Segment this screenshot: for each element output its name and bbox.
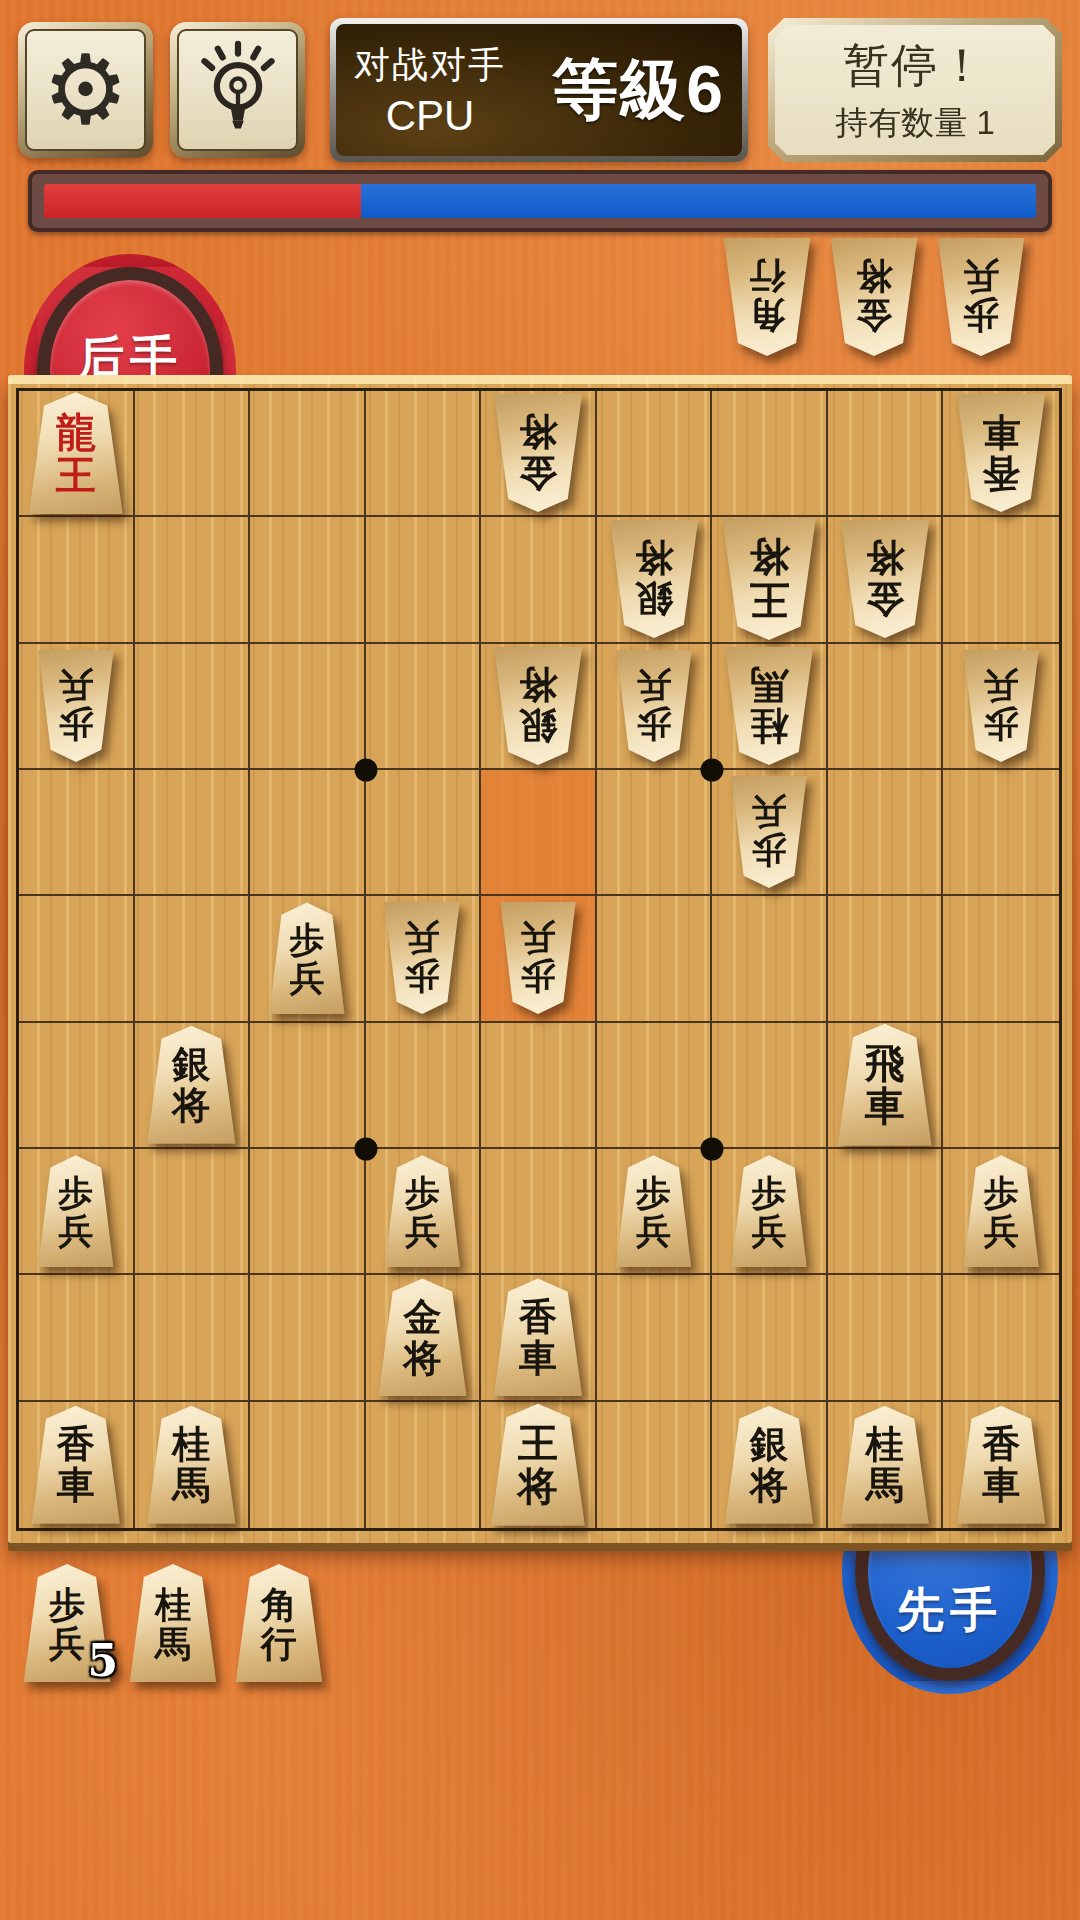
piece-香車-sente[interactable]: 香車 [953,1406,1049,1524]
board-cell-2-5[interactable] [481,517,597,643]
piece-char: 歩 [405,1175,440,1210]
board-cell-5-5[interactable]: 歩兵 [481,896,597,1022]
board-cell-5-6[interactable] [597,896,713,1022]
piece-香車-sente[interactable]: 香車 [28,1406,124,1524]
board-cell-2-4[interactable] [366,517,482,643]
piece-歩兵-gote[interactable]: 歩兵 [934,238,1028,356]
piece-char: 車 [57,1466,95,1504]
board-cell-3-2[interactable] [135,644,251,770]
hand-sente: 歩兵5桂馬角行 [20,1564,326,1682]
piece-char: 兵 [752,796,787,831]
piece-wrap: 金将 [374,1278,470,1396]
piece-歩兵-gote[interactable]: 歩兵 [497,902,579,1014]
board-cell-6-2[interactable]: 銀将 [135,1023,251,1149]
piece-wrap: 歩兵5 [20,1564,114,1682]
board-cell-7-4[interactable]: 歩兵 [366,1149,482,1275]
piece-char: 車 [982,1466,1020,1504]
board-cell-3-8[interactable] [828,644,944,770]
piece-char: 将 [750,1466,788,1504]
board-cell-2-9[interactable] [943,517,1059,643]
piece-wrap: 桂馬 [837,1406,933,1524]
piece-char: 香 [57,1425,95,1463]
piece-wrap: 歩兵 [960,650,1042,762]
eval-red-segment [44,184,361,218]
board-cell-7-5[interactable] [481,1149,597,1275]
star-point [701,1138,724,1161]
piece-香車-sente[interactable]: 香車 [490,1278,586,1396]
board-cell-6-1[interactable] [19,1023,135,1149]
piece-歩兵-sente[interactable]: 歩兵 [266,902,348,1014]
piece-wrap: 歩兵 [266,902,348,1014]
piece-金将-sente[interactable]: 金将 [374,1278,470,1396]
board-cell-9-8[interactable]: 桂馬 [828,1402,944,1528]
board-cell-2-8[interactable]: 金将 [828,517,944,643]
piece-金将-gote[interactable]: 金将 [837,520,933,638]
board-cell-7-2[interactable] [135,1149,251,1275]
board-cell-9-6[interactable] [597,1402,713,1528]
board-cell-4-2[interactable] [135,770,251,896]
piece-wrap: 歩兵 [728,1155,810,1267]
piece-飛車-sente[interactable]: 飛車 [834,1024,936,1146]
piece-char: 歩 [752,1175,787,1210]
board-cell-6-7[interactable] [712,1023,828,1149]
board-cell-7-1[interactable]: 歩兵 [19,1149,135,1275]
piece-char: 金 [519,455,557,493]
board-cell-2-1[interactable] [19,517,135,643]
board-cell-5-1[interactable] [19,896,135,1022]
board-cell-1-1[interactable]: 龍王 [19,391,135,517]
piece-char: 王 [518,1423,558,1463]
board-cell-5-2[interactable] [135,896,251,1022]
board-cell-5-8[interactable] [828,896,944,1022]
piece-char: 将 [635,540,673,578]
piece-char: 兵 [58,1213,93,1248]
piece-char: 将 [519,666,557,704]
board-cell-4-1[interactable] [19,770,135,896]
opponent-label: 对战对手 [354,41,506,90]
piece-char: 銀 [635,581,673,619]
piece-歩兵-sente[interactable]: 歩兵 [35,1155,117,1267]
board-cell-2-3[interactable] [250,517,366,643]
piece-char: 将 [172,1086,210,1124]
settings-button-inner[interactable]: ⚙ [25,29,146,151]
piece-wrap: 金将 [490,394,586,512]
board-cell-3-6[interactable]: 歩兵 [597,644,713,770]
board-cell-4-4[interactable] [366,770,482,896]
piece-char: 馬 [172,1466,210,1504]
board-cell-9-4[interactable] [366,1402,482,1528]
board-cell-9-2[interactable]: 桂馬 [135,1402,251,1528]
hint-button-inner[interactable] [177,29,298,151]
piece-char: 桂 [172,1425,210,1463]
piece-wrap: 歩兵 [613,650,695,762]
piece-歩兵-gote[interactable]: 歩兵 [35,650,117,762]
board-cell-6-5[interactable] [481,1023,597,1149]
piece-wrap: 桂馬 [143,1406,239,1524]
board-cell-8-7[interactable] [712,1275,828,1401]
piece-char: 王 [56,455,96,495]
board-cell-9-9[interactable]: 香車 [943,1402,1059,1528]
piece-char: 金 [856,299,892,335]
piece-char: 飛 [865,1043,905,1083]
board-cell-9-7[interactable]: 銀将 [712,1402,828,1528]
board-cell-6-4[interactable] [366,1023,482,1149]
board-cell-5-3[interactable]: 歩兵 [250,896,366,1022]
opponent-level: 等級6 [552,45,724,135]
piece-wrap: 歩兵 [960,1155,1042,1267]
lightbulb-icon [190,39,286,141]
piece-wrap: 歩兵 [497,902,579,1014]
board-cell-6-8[interactable]: 飛車 [828,1023,944,1149]
board-cell-7-8[interactable] [828,1149,944,1275]
board-cell-3-5[interactable]: 銀将 [481,644,597,770]
piece-char: 将 [403,1339,441,1377]
piece-wrap: 歩兵 [35,650,117,762]
board-cell-3-1[interactable]: 歩兵 [19,644,135,770]
piece-wrap: 歩兵 [381,1155,463,1267]
piece-wrap: 王将 [718,518,820,640]
piece-char: 兵 [520,922,555,957]
piece-char: 車 [519,1339,557,1377]
piece-char: 兵 [405,1213,440,1248]
opponent-panel: 对战对手 CPU 等級6 [330,18,748,162]
piece-char: 銀 [172,1045,210,1083]
piece-角行-gote[interactable]: 角行 [720,238,814,356]
piece-char: 香 [982,1425,1020,1463]
piece-桂馬-sente[interactable]: 桂馬 [143,1406,239,1524]
piece-wrap: 角行 [720,238,814,356]
board-cell-8-1[interactable] [19,1275,135,1401]
board-cell-1-5[interactable]: 金将 [481,391,597,517]
piece-char: 将 [749,538,789,578]
board-cell-4-5[interactable] [481,770,597,896]
board-cell-4-7[interactable]: 歩兵 [712,770,828,896]
board-cell-1-6[interactable] [597,391,713,517]
piece-char: 歩 [58,1175,93,1210]
piece-wrap: 銀将 [721,1406,817,1524]
board-cell-4-8[interactable] [828,770,944,896]
piece-char: 歩 [520,960,555,995]
piece-char: 角 [749,299,785,335]
board-cell-3-7[interactable]: 桂馬 [712,644,828,770]
piece-char: 歩 [289,922,324,957]
piece-char: 将 [866,540,904,578]
piece-char: 歩 [636,707,671,742]
piece-char: 行 [749,260,785,296]
piece-char: 馬 [866,1466,904,1504]
piece-金将-gote[interactable]: 金将 [827,238,921,356]
piece-wrap: 香車 [28,1406,124,1524]
piece-王将-sente[interactable]: 王将 [487,1404,589,1526]
hand-piece-count: 5 [87,1635,118,1686]
piece-歩兵-sente[interactable]: 歩兵 [381,1155,463,1267]
piece-歩兵-gote[interactable]: 歩兵 [613,650,695,762]
piece-char: 香 [982,455,1020,493]
piece-桂馬-gote[interactable]: 桂馬 [721,647,817,765]
board-cell-8-9[interactable] [943,1275,1059,1401]
hint-button[interactable] [170,22,305,158]
piece-銀将-sente[interactable]: 銀将 [143,1026,239,1144]
pause-button[interactable]: 暂停！ 持有数量 1 [768,18,1062,162]
star-point [354,1138,377,1161]
board-cell-5-7[interactable] [712,896,828,1022]
piece-char: 兵 [984,669,1019,704]
piece-char: 兵 [58,669,93,704]
board-cell-5-4[interactable]: 歩兵 [366,896,482,1022]
opponent-panel-inner: 对战对手 CPU 等級6 [336,24,742,156]
piece-wrap: 歩兵 [934,238,1028,356]
board-cell-7-9[interactable]: 歩兵 [943,1149,1059,1275]
board-cell-2-7[interactable]: 王将 [712,517,828,643]
piece-char: 将 [518,1466,558,1506]
piece-歩兵-sente[interactable]: 歩兵 [960,1155,1042,1267]
piece-char: 兵 [405,922,440,957]
piece-char: 歩 [58,707,93,742]
piece-char: 歩 [984,1175,1019,1210]
board-cell-9-1[interactable]: 香車 [19,1402,135,1528]
piece-char: 兵 [963,260,999,296]
piece-char: 将 [519,414,557,452]
piece-char: 馬 [155,1625,191,1661]
board-cell-1-7[interactable] [712,391,828,517]
piece-wrap: 王将 [487,1404,589,1526]
board-cell-4-6[interactable] [597,770,713,896]
piece-wrap: 香車 [953,394,1049,512]
piece-wrap: 龍王 [25,392,127,514]
piece-銀将-gote[interactable]: 銀将 [490,647,586,765]
piece-wrap: 歩兵 [728,776,810,888]
piece-wrap: 香車 [490,1278,586,1396]
board-grid: 龍王金将香車銀将王将金将歩兵銀将歩兵桂馬歩兵歩兵歩兵歩兵歩兵銀将飛車歩兵歩兵歩兵… [16,388,1062,1531]
piece-wrap: 金将 [837,520,933,638]
piece-金将-gote[interactable]: 金将 [490,394,586,512]
piece-char: 龍 [56,412,96,452]
piece-char: 行 [261,1625,297,1661]
opponent-name: CPU [386,92,475,140]
board-cell-8-6[interactable] [597,1275,713,1401]
board-cell-6-6[interactable] [597,1023,713,1149]
piece-歩兵-gote[interactable]: 歩兵 [381,902,463,1014]
piece-char: 将 [856,260,892,296]
piece-wrap: 歩兵 [381,902,463,1014]
board-cell-8-5[interactable]: 香車 [481,1275,597,1401]
piece-歩兵-gote[interactable]: 歩兵 [960,650,1042,762]
pause-button-inner[interactable]: 暂停！ 持有数量 1 [775,25,1055,155]
piece-char: 歩 [963,299,999,335]
piece-char: 香 [519,1298,557,1336]
piece-char: 銀 [750,1425,788,1463]
board-cell-1-8[interactable] [828,391,944,517]
board-cell-1-2[interactable] [135,391,251,517]
piece-歩兵-gote[interactable]: 歩兵 [728,776,810,888]
board-cell-1-9[interactable]: 香車 [943,391,1059,517]
piece-銀将-gote[interactable]: 銀将 [606,520,702,638]
sente-label: 先手 [855,1579,1045,1642]
pause-label: 暂停！ [843,35,987,97]
piece-王将-gote[interactable]: 王将 [718,518,820,640]
piece-wrap: 銀将 [490,647,586,765]
piece-char: 金 [866,581,904,619]
board-cell-3-3[interactable] [250,644,366,770]
gear-icon: ⚙ [42,42,128,138]
board-cell-2-6[interactable]: 銀将 [597,517,713,643]
piece-char: 歩 [984,707,1019,742]
board-cell-4-3[interactable] [250,770,366,896]
eval-bar [28,170,1052,232]
piece-char: 兵 [636,669,671,704]
board-cell-1-4[interactable] [366,391,482,517]
piece-wrap: 桂馬 [721,647,817,765]
eval-track [44,184,1036,218]
board-cell-5-9[interactable] [943,896,1059,1022]
board-cell-2-2[interactable] [135,517,251,643]
board-cell-7-7[interactable]: 歩兵 [712,1149,828,1275]
piece-char: 兵 [49,1625,85,1661]
piece-wrap: 飛車 [834,1024,936,1146]
settings-button[interactable]: ⚙ [18,22,153,158]
board-cell-9-5[interactable]: 王将 [481,1402,597,1528]
piece-char: 歩 [636,1175,671,1210]
board-cell-8-2[interactable] [135,1275,251,1401]
piece-wrap: 歩兵 [35,1155,117,1267]
piece-char: 兵 [636,1213,671,1248]
piece-char: 歩 [752,834,787,869]
piece-char: 銀 [519,707,557,745]
piece-桂馬-sente[interactable]: 桂馬 [837,1406,933,1524]
piece-char: 車 [982,414,1020,452]
piece-char: 兵 [984,1213,1019,1248]
piece-wrap: 銀将 [143,1026,239,1144]
board-cell-8-8[interactable] [828,1275,944,1401]
board-cell-7-3[interactable] [250,1149,366,1275]
piece-char: 馬 [750,666,788,704]
piece-char: 歩 [49,1586,85,1622]
hand-gote: 角行金将歩兵 [720,238,1028,356]
piece-char: 車 [865,1086,905,1126]
piece-龍王-sente[interactable]: 龍王 [25,392,127,514]
board-cell-9-3[interactable] [250,1402,366,1528]
shogi-board: 龍王金将香車銀将王将金将歩兵銀将歩兵桂馬歩兵歩兵歩兵歩兵歩兵銀将飛車歩兵歩兵歩兵… [8,375,1072,1543]
piece-歩兵-sente[interactable]: 歩兵 [728,1155,810,1267]
board-cell-8-3[interactable] [250,1275,366,1401]
piece-char: 桂 [155,1586,191,1622]
piece-wrap: 銀将 [606,520,702,638]
piece-wrap: 角行 [232,1564,326,1682]
board-cell-3-4[interactable] [366,644,482,770]
pause-holdings: 持有数量 1 [835,101,995,146]
piece-char: 王 [749,581,789,621]
piece-char: 桂 [866,1425,904,1463]
piece-wrap: 香車 [953,1406,1049,1524]
eval-blue-segment [361,184,1036,218]
piece-char: 金 [403,1298,441,1336]
piece-角行-sente[interactable]: 角行 [232,1564,326,1682]
piece-銀将-sente[interactable]: 銀将 [721,1406,817,1524]
piece-char: 角 [261,1586,297,1622]
piece-wrap: 桂馬 [126,1564,220,1682]
board-cell-4-9[interactable] [943,770,1059,896]
board-cell-7-6[interactable]: 歩兵 [597,1149,713,1275]
board-cell-6-3[interactable] [250,1023,366,1149]
board-cell-1-3[interactable] [250,391,366,517]
board-cell-8-4[interactable]: 金将 [366,1275,482,1401]
star-point [354,759,377,782]
piece-桂馬-sente[interactable]: 桂馬 [126,1564,220,1682]
board-cell-3-9[interactable]: 歩兵 [943,644,1059,770]
piece-wrap: 金将 [827,238,921,356]
piece-香車-gote[interactable]: 香車 [953,394,1049,512]
piece-char: 桂 [750,707,788,745]
piece-char: 歩 [405,960,440,995]
piece-char: 兵 [289,960,324,995]
piece-歩兵-sente[interactable]: 歩兵 [613,1155,695,1267]
piece-char: 兵 [752,1213,787,1248]
board-cell-6-9[interactable] [943,1023,1059,1149]
piece-wrap: 歩兵 [613,1155,695,1267]
